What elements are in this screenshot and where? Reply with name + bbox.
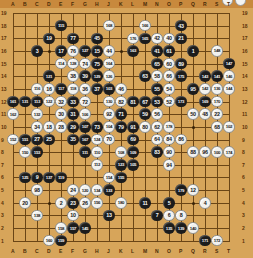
column-label-bottom: C: [35, 248, 39, 254]
stone-black-111: 111: [79, 146, 91, 158]
stone-white-60: 60: [163, 58, 175, 70]
stone-white-66: 66: [163, 70, 175, 82]
stone-black-173: 173: [175, 96, 187, 108]
row-label-left: 10: [1, 124, 10, 130]
board-line-vertical: [181, 13, 182, 242]
board-line-horizontal: [13, 215, 230, 216]
column-label-bottom: F: [71, 248, 74, 254]
column-label-top: O: [167, 1, 171, 7]
stone-white-144: 144: [223, 83, 235, 95]
stone-white-108: 108: [115, 146, 127, 158]
column-label-bottom: R: [203, 248, 207, 254]
stone-black-157: 157: [67, 222, 79, 234]
stone-black-71: 71: [115, 108, 127, 120]
row-label-right: 2: [242, 225, 245, 231]
stone-white-136: 136: [211, 83, 223, 95]
stone-white-166: 166: [139, 20, 151, 32]
column-label-top: Q: [191, 1, 195, 7]
stone-white-18: 18: [43, 121, 55, 133]
stone-white-40: 40: [163, 33, 175, 45]
stone-black-21: 21: [175, 33, 187, 45]
column-label-bottom: H: [95, 248, 99, 254]
stone-white-174: 174: [223, 146, 235, 158]
column-label-bottom: L: [131, 248, 134, 254]
column-label-top: E: [59, 1, 62, 7]
row-label-right: 3: [242, 212, 245, 218]
stone-white-172: 172: [211, 235, 223, 247]
stone-black-63: 63: [139, 70, 151, 82]
stone-white-48: 48: [199, 108, 211, 120]
stone-black-161: 161: [7, 96, 19, 108]
stone-black-105: 105: [127, 159, 139, 171]
row-label-right: 1: [242, 238, 245, 244]
stone-white-120: 120: [79, 184, 91, 196]
stone-white-180: 180: [115, 197, 127, 209]
column-label-bottom: P: [179, 248, 182, 254]
column-label-bottom: E: [59, 248, 62, 254]
row-label-right: 11: [242, 111, 247, 117]
stone-black-147: 147: [223, 58, 235, 70]
stone-black-171: 171: [199, 235, 211, 247]
stone-black-153: 153: [31, 146, 43, 158]
stone-white-116: 116: [31, 83, 43, 95]
stone-black-9: 9: [31, 172, 43, 184]
stone-black-45: 45: [91, 33, 103, 45]
stone-black-123: 123: [115, 159, 127, 171]
stone-white-82: 82: [115, 96, 127, 108]
stone-black-89: 89: [175, 58, 187, 70]
stone-white-104: 104: [103, 121, 115, 133]
stone-white-24: 24: [67, 184, 79, 196]
stone-black-165: 165: [139, 33, 151, 45]
row-label-left: 7: [1, 162, 10, 168]
stone-white-86: 86: [175, 134, 187, 146]
column-label-top: L: [131, 1, 134, 7]
stone-black-81: 81: [127, 96, 139, 108]
stone-white-134: 134: [91, 184, 103, 196]
column-label-bottom: B: [23, 248, 27, 254]
stone-black-31: 31: [67, 108, 79, 120]
stone-white-122: 122: [43, 96, 55, 108]
stone-black-15: 15: [91, 45, 103, 57]
column-label-top: A: [11, 1, 15, 7]
stone-black-75: 75: [91, 58, 103, 70]
stone-white-72: 72: [79, 96, 91, 108]
stone-white-112: 112: [91, 159, 103, 171]
stone-black-103: 103: [103, 83, 115, 95]
stone-white-36: 36: [79, 83, 91, 95]
stone-white-88: 88: [187, 146, 199, 158]
stone-white-4: 4: [199, 197, 211, 209]
stone-black-43: 43: [175, 20, 187, 32]
stone-black-65: 65: [151, 58, 163, 70]
column-label-top: R: [203, 1, 207, 7]
stone-white-178: 178: [163, 121, 175, 133]
row-label-left: 15: [1, 61, 10, 67]
row-label-left: 3: [1, 212, 10, 218]
stone-black-29: 29: [67, 121, 79, 133]
stone-white-164: 164: [103, 58, 115, 70]
stone-white-2: 2: [55, 197, 67, 209]
stone-white-84: 84: [163, 134, 175, 146]
stone-black-129: 129: [91, 70, 103, 82]
stone-white-110: 110: [91, 146, 103, 158]
stone-white-162: 162: [7, 108, 19, 120]
column-label-top: F: [71, 1, 74, 7]
stone-black-179: 179: [175, 184, 187, 196]
column-label-top: D: [47, 1, 51, 7]
stone-white-140: 140: [187, 222, 199, 234]
column-label-top: B: [23, 1, 27, 7]
row-label-right: 9: [242, 137, 245, 143]
stone-black-17: 17: [55, 45, 67, 57]
stone-white-68: 68: [211, 121, 223, 133]
stone-white-58: 58: [151, 70, 163, 82]
row-label-left: 8: [1, 149, 10, 155]
stone-white-20: 20: [19, 197, 31, 209]
stone-white-148: 148: [211, 45, 223, 57]
stone-white-64: 64: [151, 134, 163, 146]
stone-white-160: 160: [43, 235, 55, 247]
stone-white-106: 106: [79, 108, 91, 120]
stone-black-143: 143: [199, 70, 211, 82]
stone-white-100: 100: [211, 146, 223, 158]
stone-white-92: 92: [103, 108, 115, 120]
stone-white-118: 118: [67, 83, 79, 95]
stone-white-54: 54: [163, 83, 175, 95]
row-label-left: 2: [1, 225, 10, 231]
stone-white-26: 26: [79, 197, 91, 209]
hoshi-point: [192, 202, 195, 205]
stone-white-16: 16: [43, 83, 55, 95]
stone-black-169: 169: [199, 96, 211, 108]
stone-white-46: 46: [115, 83, 127, 95]
stone-white-170: 170: [211, 96, 223, 108]
stone-black-73: 73: [91, 121, 103, 133]
stone-white-62: 62: [151, 121, 163, 133]
stone-black-55: 55: [151, 83, 163, 95]
stone-white-32: 32: [55, 96, 67, 108]
stone-white-70: 70: [103, 134, 115, 146]
row-label-right: 13: [242, 86, 248, 92]
stone-black-115: 115: [55, 20, 67, 32]
column-label-bottom: G: [83, 248, 87, 254]
stone-black-137: 137: [43, 172, 55, 184]
hoshi-point: [120, 50, 123, 53]
stone-black-151: 151: [19, 134, 31, 146]
row-label-right: 16: [242, 48, 248, 54]
stone-white-158: 158: [55, 222, 67, 234]
stone-white-8: 8: [175, 210, 187, 222]
row-label-left: 18: [1, 23, 10, 29]
row-label-right: 7: [242, 162, 245, 168]
column-label-top: S: [215, 1, 218, 7]
stone-white-126: 126: [103, 70, 115, 82]
hoshi-point: [48, 202, 51, 205]
stone-white-124: 124: [91, 134, 103, 146]
row-label-right: 19: [242, 10, 248, 16]
stone-black-135: 135: [163, 222, 175, 234]
stone-black-23: 23: [67, 197, 79, 209]
stone-black-59: 59: [139, 108, 151, 120]
column-label-bottom: M: [143, 248, 147, 254]
stone-white-146: 146: [223, 70, 235, 82]
stone-white-128: 128: [67, 58, 79, 70]
stone-black-141: 141: [211, 70, 223, 82]
stone-black-53: 53: [151, 96, 163, 108]
column-label-top: N: [155, 1, 159, 7]
stone-white-168: 168: [103, 20, 115, 32]
stone-white-138: 138: [31, 210, 43, 222]
row-label-left: 6: [1, 174, 10, 180]
row-label-left: 1: [1, 238, 10, 244]
stone-black-25: 25: [43, 134, 55, 146]
stone-white-132: 132: [31, 108, 43, 120]
stone-white-154: 154: [103, 172, 115, 184]
row-label-left: 5: [1, 187, 10, 193]
stone-black-7: 7: [151, 210, 163, 222]
stone-black-61: 61: [163, 45, 175, 57]
stone-black-139: 139: [175, 222, 187, 234]
row-label-left: 17: [1, 35, 10, 41]
stone-black-69: 69: [127, 134, 139, 146]
stone-white-34: 34: [31, 121, 43, 133]
stone-black-1: 1: [187, 45, 199, 57]
stone-black-113: 113: [31, 96, 43, 108]
hoshi-point: [192, 126, 195, 129]
stone-black-119: 119: [55, 172, 67, 184]
stone-white-114: 114: [55, 58, 67, 70]
stone-black-133: 133: [103, 184, 115, 196]
row-label-right: 6: [242, 174, 245, 180]
stone-white-10: 10: [67, 210, 79, 222]
stone-black-19: 19: [43, 33, 55, 45]
stone-white-94: 94: [163, 159, 175, 171]
row-label-left: 16: [1, 48, 10, 54]
stone-white-42: 42: [151, 33, 163, 45]
column-label-top: J: [107, 1, 110, 7]
stone-black-67: 67: [139, 96, 151, 108]
column-label-top: K: [119, 1, 123, 7]
hoshi-point: [48, 50, 51, 53]
stone-black-145: 145: [79, 222, 91, 234]
stone-black-3: 3: [31, 45, 43, 57]
stone-white-150: 150: [19, 146, 31, 158]
stone-white-30: 30: [55, 108, 67, 120]
column-label-bottom: K: [119, 248, 123, 254]
stone-white-90: 90: [163, 146, 175, 158]
stone-black-117: 117: [55, 83, 67, 95]
stone-black-13: 13: [103, 210, 115, 222]
column-label-bottom: J: [107, 248, 110, 254]
stone-white-152: 152: [7, 134, 19, 146]
stone-black-167: 167: [79, 134, 91, 146]
stone-white-96: 96: [199, 146, 211, 158]
column-label-top: G: [83, 1, 87, 7]
column-label-bottom: N: [155, 248, 159, 254]
stone-black-79: 79: [115, 121, 127, 133]
column-label-bottom: D: [47, 248, 51, 254]
column-label-bottom: S: [215, 248, 218, 254]
stone-white-76: 76: [67, 45, 79, 57]
stone-black-83: 83: [151, 146, 163, 158]
stone-black-35: 35: [67, 134, 79, 146]
row-label-right: 10: [242, 124, 248, 130]
row-label-right: 14: [242, 73, 248, 79]
column-label-bottom: A: [11, 248, 15, 254]
stone-black-33: 33: [67, 96, 79, 108]
column-label-top: P: [179, 1, 182, 7]
stone-black-37: 37: [91, 83, 103, 95]
go-board[interactable]: AABBCCDDEEFFGGHHJJKKLLMMNNOOPPQQRRSSTT19…: [0, 0, 253, 258]
column-label-bottom: O: [167, 248, 171, 254]
row-label-right: 4: [242, 200, 245, 206]
stone-black-91: 91: [127, 121, 139, 133]
row-label-left: 13: [1, 86, 10, 92]
row-label-right: 18: [242, 23, 248, 29]
stone-black-109: 109: [127, 146, 139, 158]
stone-black-175: 175: [175, 70, 187, 82]
stone-black-155: 155: [115, 172, 127, 184]
column-label-top: H: [95, 1, 99, 7]
row-label-right: 12: [242, 99, 248, 105]
stone-black-159: 159: [55, 235, 67, 247]
stone-white-50: 50: [187, 108, 199, 120]
stone-white-130: 130: [103, 96, 115, 108]
stone-black-95: 95: [187, 83, 199, 95]
stone-black-5: 5: [163, 197, 175, 209]
stone-black-131: 131: [19, 96, 31, 108]
stone-black-41: 41: [151, 45, 163, 57]
row-label-right: 17: [242, 35, 248, 41]
column-label-bottom: Q: [191, 248, 195, 254]
row-label-right: 5: [242, 187, 245, 193]
column-label-top: C: [35, 1, 39, 7]
stone-black-163: 163: [127, 45, 139, 57]
stone-black-125: 125: [19, 172, 31, 184]
stone-black-107: 107: [79, 121, 91, 133]
row-label-left: 4: [1, 200, 10, 206]
stone-white-142: 142: [199, 83, 211, 95]
stone-black-27: 27: [31, 134, 43, 146]
column-label-bottom: T: [227, 248, 230, 254]
row-label-left: 14: [1, 73, 10, 79]
column-label-top: T: [227, 1, 230, 7]
stone-black-77: 77: [67, 33, 79, 45]
stone-white-28: 28: [55, 121, 67, 133]
stone-white-156: 156: [91, 197, 103, 209]
stone-black-127: 127: [79, 45, 91, 57]
stone-white-6: 6: [163, 210, 175, 222]
stone-white-44: 44: [103, 45, 115, 57]
stone-white-56: 56: [151, 108, 163, 120]
stone-black-11: 11: [139, 197, 151, 209]
row-label-right: 8: [242, 149, 245, 155]
stone-white-74: 74: [79, 58, 91, 70]
stone-white-80: 80: [139, 121, 151, 133]
stone-white-22: 22: [211, 108, 223, 120]
stone-white-38: 38: [67, 70, 79, 82]
row-label-left: 19: [1, 10, 10, 16]
stone-white-12: 12: [187, 184, 199, 196]
row-label-right: 15: [242, 61, 248, 67]
stone-white-52: 52: [163, 96, 175, 108]
column-label-top: M: [143, 1, 147, 7]
stone-black-121: 121: [43, 70, 55, 82]
stone-white-102: 102: [223, 121, 235, 133]
stone-white-176: 176: [127, 33, 139, 45]
stone-black-39: 39: [79, 70, 91, 82]
stone-white-98: 98: [31, 184, 43, 196]
